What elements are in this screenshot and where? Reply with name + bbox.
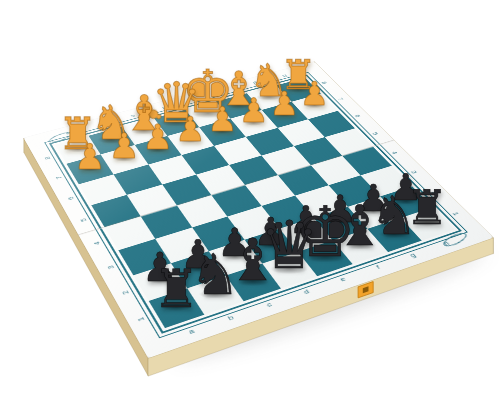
coord-file-bottom-g: g (406, 251, 420, 259)
coord-rank-left-5: 5 (78, 216, 89, 224)
coord-rank-right-6: 6 (352, 113, 363, 120)
coord-rank-right-3: 3 (407, 168, 419, 175)
coord-rank-left-3: 3 (105, 262, 117, 271)
coord-rank-left-7: 7 (54, 174, 65, 182)
coord-file-bottom-d: d (299, 288, 313, 297)
coord-file-bottom-a: a (184, 327, 199, 337)
coord-file-top-d: d (159, 105, 170, 111)
coord-file-top-c: c (127, 113, 138, 119)
coord-rank-right-4: 4 (388, 149, 400, 156)
coord-file-top-e: e (190, 96, 201, 102)
coord-rank-right-2: 2 (428, 189, 440, 197)
coord-rank-right-8: 8 (318, 80, 328, 86)
brand-logo-bottom-right (440, 231, 470, 249)
coord-file-top-f: f (221, 88, 232, 94)
coord-rank-left-2: 2 (120, 288, 132, 298)
coord-file-top-h: h (279, 73, 290, 78)
coord-rank-right-7: 7 (335, 96, 346, 102)
coord-rank-left-8: 8 (43, 154, 53, 161)
coord-file-top-b: b (95, 121, 106, 127)
coord-rank-left-1: 1 (135, 314, 148, 324)
coord-rank-left-6: 6 (66, 194, 77, 202)
coord-rank-right-5: 5 (369, 131, 380, 138)
coord-file-bottom-e: e (336, 275, 350, 284)
coord-file-bottom-b: b (224, 313, 238, 323)
coord-rank-left-4: 4 (91, 239, 103, 248)
product-photo-scene: aabbccddeeffgghh1122334455667788 ♜♞♝♛♚♝♞… (0, 0, 500, 394)
coord-rank-right-1: 1 (449, 210, 462, 218)
coord-file-bottom-f: f (371, 263, 385, 272)
coord-file-top-g: g (250, 81, 261, 87)
coord-file-bottom-c: c (262, 300, 276, 309)
